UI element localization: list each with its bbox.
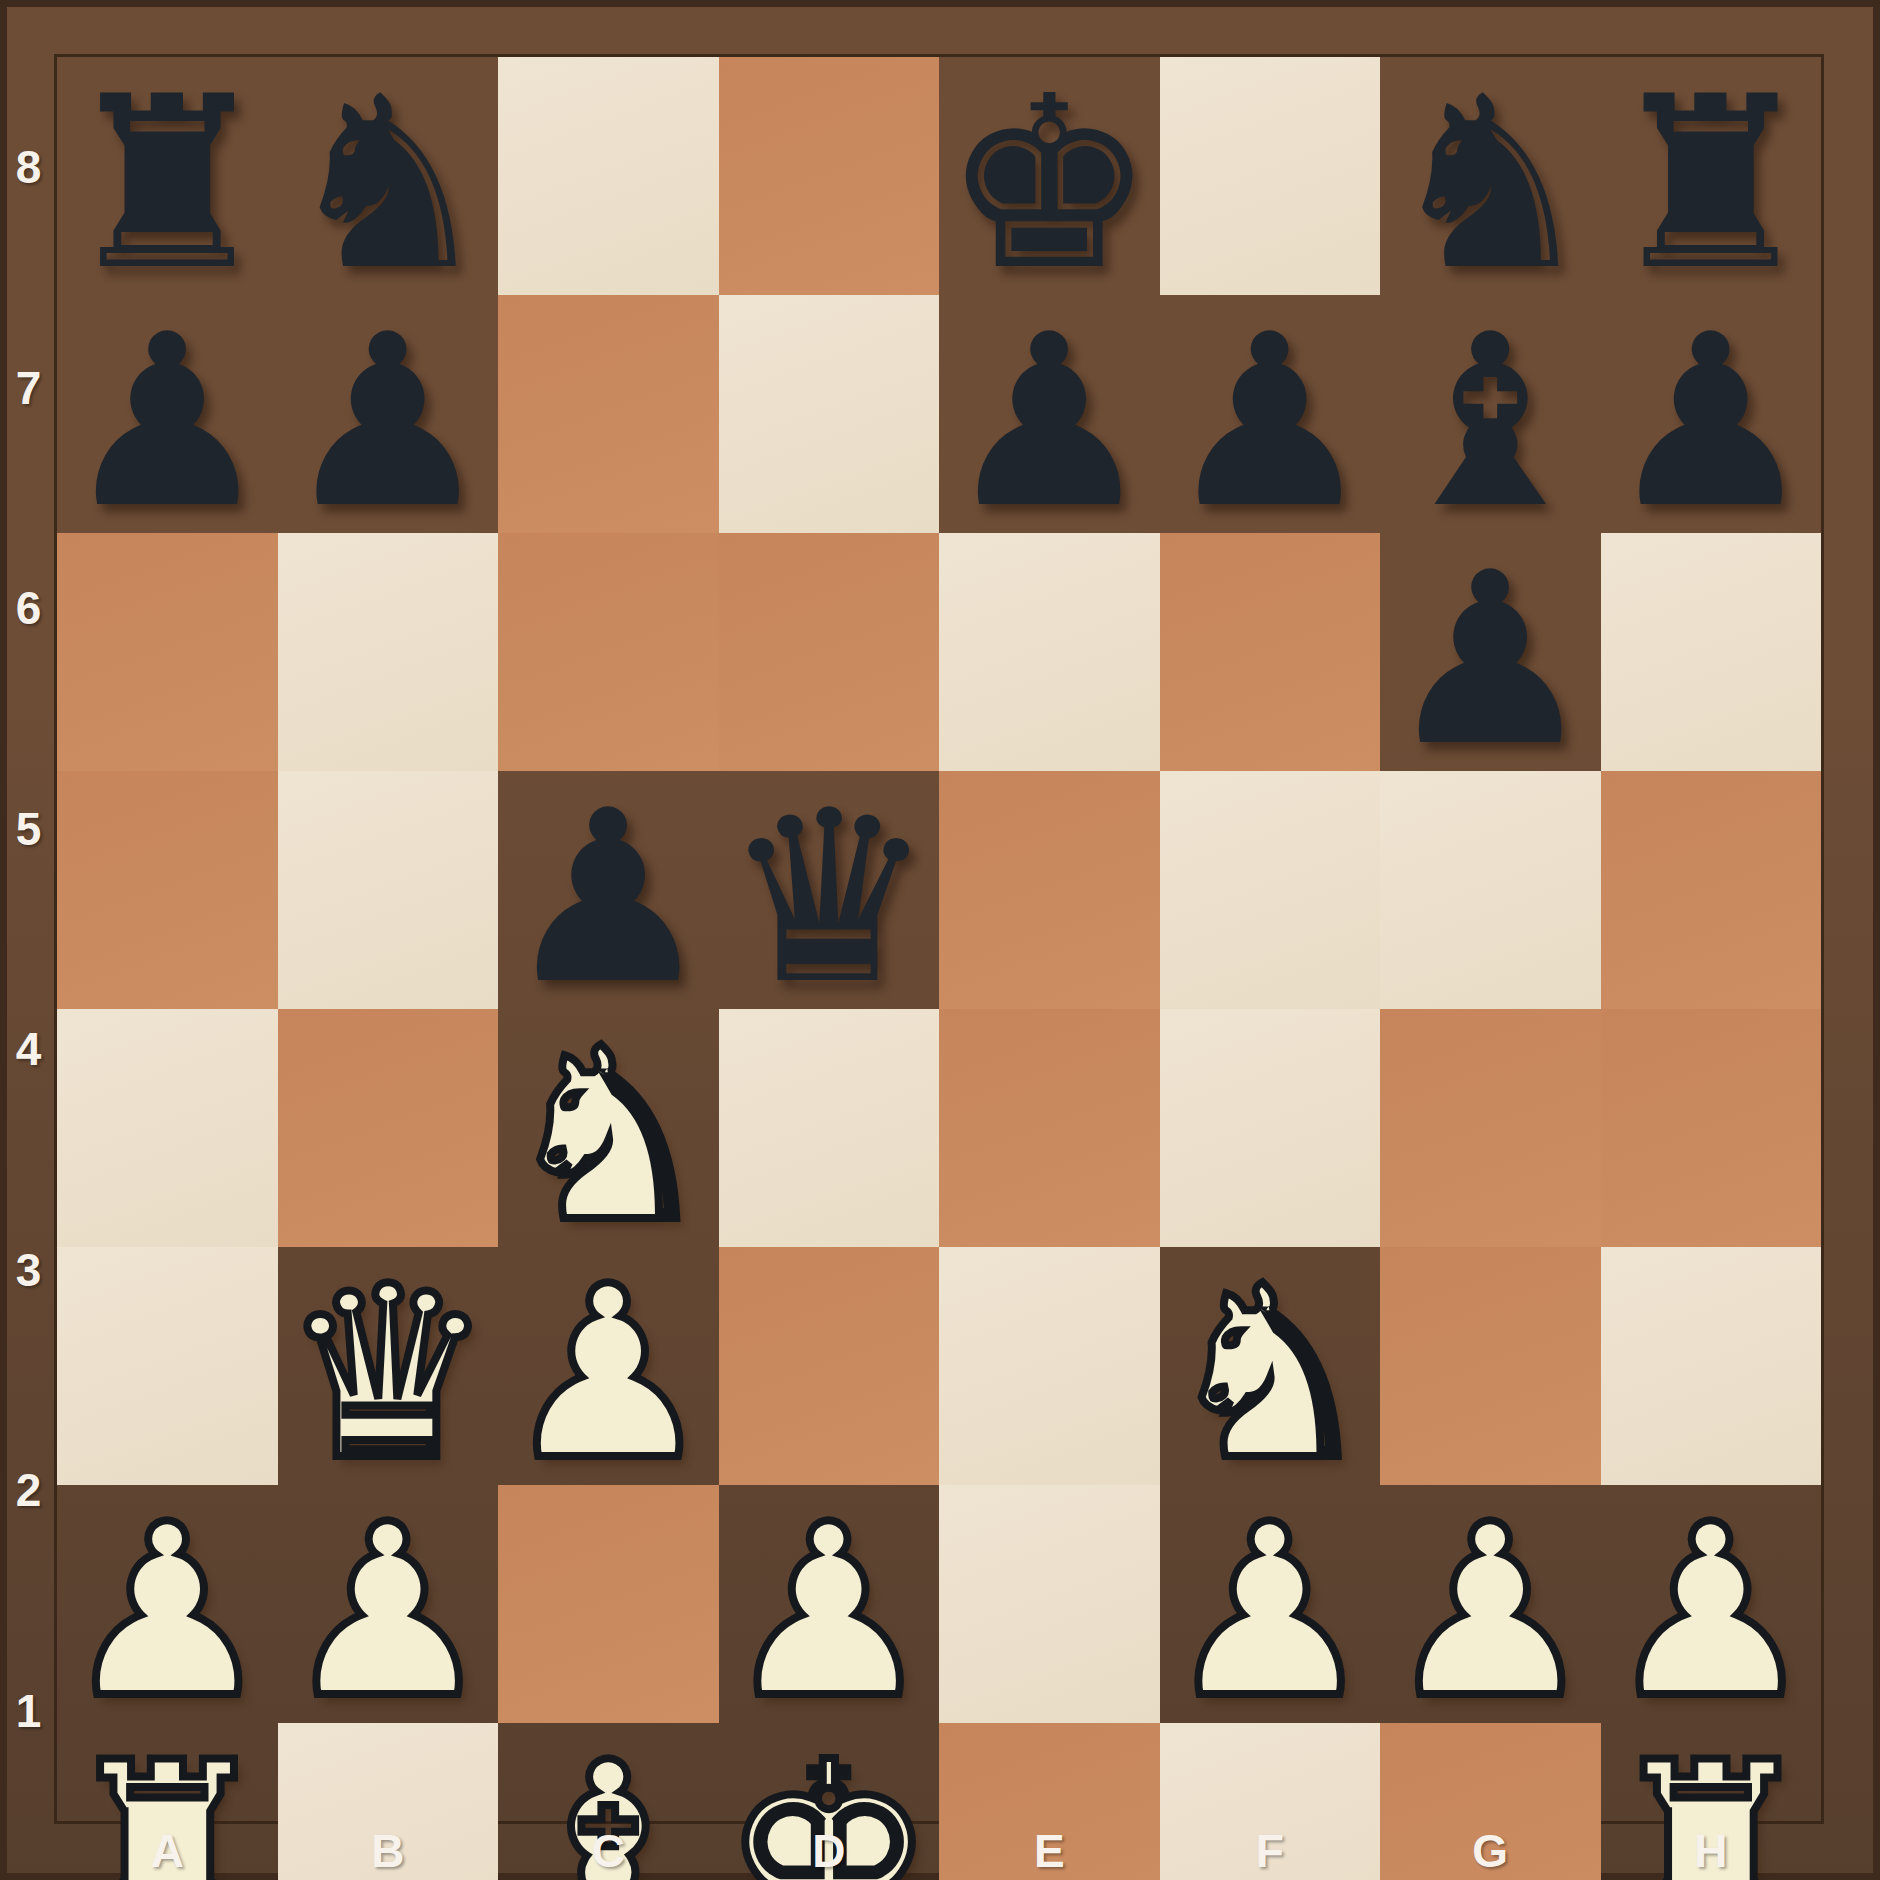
file-label-d: D	[719, 1821, 940, 1880]
black-pawn-g6[interactable]: ♟	[1380, 541, 1601, 779]
square-b5[interactable]	[57, 1247, 278, 1485]
square-g6[interactable]	[1160, 1009, 1381, 1247]
file-label-c: C	[498, 1821, 719, 1880]
white-pawn-f2[interactable]: ♟	[1160, 1493, 1381, 1731]
square-a8[interactable]	[498, 57, 719, 295]
square-e5[interactable]	[1380, 1247, 1601, 1485]
white-knight-f3[interactable]: ♞	[1160, 1255, 1381, 1493]
white-pawn-a2[interactable]: ♟	[57, 1493, 278, 1731]
rank-label-1: 1	[0, 1601, 57, 1822]
rank-labels: 87654321	[0, 57, 57, 1821]
white-pawn-h2[interactable]: ♟	[1601, 1493, 1822, 1731]
square-d6[interactable]	[278, 1009, 499, 1247]
square-d5[interactable]	[939, 1247, 1160, 1485]
square-c5[interactable]	[719, 1247, 940, 1485]
square-f7[interactable]	[278, 771, 499, 1009]
white-knight-c4[interactable]: ♞	[498, 1017, 719, 1255]
rank-label-2: 2	[0, 1380, 57, 1601]
square-a5[interactable]	[1601, 1009, 1822, 1247]
white-pawn-g2[interactable]: ♟	[1380, 1493, 1601, 1731]
file-label-e: E	[939, 1821, 1160, 1880]
square-a7[interactable]	[719, 533, 940, 771]
white-pawn-d2[interactable]: ♟	[719, 1493, 940, 1731]
rank-label-3: 3	[0, 1160, 57, 1381]
black-pawn-a7[interactable]: ♟	[57, 303, 278, 541]
square-h8[interactable]	[498, 533, 719, 771]
black-pawn-h7[interactable]: ♟	[1601, 303, 1822, 541]
white-pawn-b2[interactable]: ♟	[278, 1493, 499, 1731]
board-frame: ♜♞♚♞♜♟♟♟♟♝♟♟♟♛♞♛♟♞♟♟♟♟♟♟♜♝♚♜ 87654321 AB…	[0, 0, 1880, 1880]
black-knight-g8[interactable]: ♞	[1380, 65, 1601, 303]
black-rook-a8[interactable]: ♜	[57, 65, 278, 303]
white-pawn-c3[interactable]: ♟	[498, 1255, 719, 1493]
black-bishop-g7[interactable]: ♝	[1380, 303, 1601, 541]
square-g7[interactable]	[939, 771, 1160, 1009]
square-d8[interactable]	[498, 295, 719, 533]
rank-label-6: 6	[0, 498, 57, 719]
black-knight-b8[interactable]: ♞	[278, 65, 499, 303]
square-h5[interactable]	[939, 1485, 1160, 1723]
rank-label-8: 8	[0, 57, 57, 278]
square-h7[interactable]	[1160, 771, 1381, 1009]
black-pawn-e7[interactable]: ♟	[939, 303, 1160, 541]
square-d7[interactable]	[1601, 533, 1822, 771]
square-b7[interactable]	[939, 533, 1160, 771]
file-label-g: G	[1380, 1821, 1601, 1880]
rank-label-4: 4	[0, 939, 57, 1160]
square-c7[interactable]	[1160, 533, 1381, 771]
square-g5[interactable]	[498, 1485, 719, 1723]
black-rook-h8[interactable]: ♜	[1601, 65, 1822, 303]
black-queen-d5[interactable]: ♛	[719, 779, 940, 1017]
black-king-e8[interactable]: ♚	[939, 65, 1160, 303]
rank-label-5: 5	[0, 719, 57, 940]
black-pawn-b7[interactable]: ♟	[278, 303, 499, 541]
square-b8[interactable]	[719, 57, 940, 295]
square-e8[interactable]	[719, 295, 940, 533]
square-f6[interactable]	[939, 1009, 1160, 1247]
file-label-h: H	[1601, 1821, 1822, 1880]
square-g8[interactable]	[278, 533, 499, 771]
square-h6[interactable]	[1380, 1009, 1601, 1247]
square-c8[interactable]	[1160, 57, 1381, 295]
file-label-a: A	[57, 1821, 278, 1880]
square-f5[interactable]	[1601, 1247, 1822, 1485]
black-pawn-c5[interactable]: ♟	[498, 779, 719, 1017]
square-b6[interactable]	[1601, 771, 1822, 1009]
black-pawn-f7[interactable]: ♟	[1160, 303, 1381, 541]
square-a6[interactable]	[1380, 771, 1601, 1009]
square-f8[interactable]	[57, 533, 278, 771]
file-labels: ABCDEFGH	[57, 1821, 1821, 1880]
square-c6[interactable]	[57, 1009, 278, 1247]
rank-label-7: 7	[0, 278, 57, 499]
file-label-f: F	[1160, 1821, 1381, 1880]
chess-board: ♜♞♚♞♜♟♟♟♟♝♟♟♟♛♞♛♟♞♟♟♟♟♟♟♜♝♚♜	[57, 57, 1821, 1821]
square-e7[interactable]	[57, 771, 278, 1009]
square-e6[interactable]	[719, 1009, 940, 1247]
white-queen-b3[interactable]: ♛	[278, 1255, 499, 1493]
file-label-b: B	[278, 1821, 499, 1880]
